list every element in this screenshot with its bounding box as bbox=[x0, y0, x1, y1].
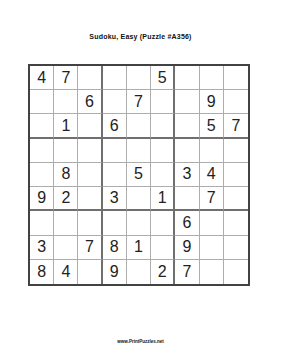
cell-r3c4-given: 6 bbox=[103, 114, 127, 138]
cell-r9c7-given: 7 bbox=[175, 260, 199, 284]
cell-r4c9-empty[interactable] bbox=[224, 139, 248, 163]
cell-r8c3-given: 7 bbox=[78, 236, 102, 260]
cell-r4c8-empty[interactable] bbox=[200, 139, 224, 163]
cell-r1c1-given: 4 bbox=[30, 66, 54, 90]
cell-r5c1-empty[interactable] bbox=[30, 163, 54, 187]
cell-r4c6-empty[interactable] bbox=[151, 139, 175, 163]
footer-url: www.PrintPuzzles.net bbox=[0, 339, 281, 345]
cell-r4c2-empty[interactable] bbox=[54, 139, 78, 163]
cell-r1c9-empty[interactable] bbox=[224, 66, 248, 90]
cell-r8c9-empty[interactable] bbox=[224, 236, 248, 260]
cell-r7c3-empty[interactable] bbox=[78, 211, 102, 235]
cell-r6c7-empty[interactable] bbox=[175, 187, 199, 211]
cell-r3c6-empty[interactable] bbox=[151, 114, 175, 138]
cell-r2c2-empty[interactable] bbox=[54, 90, 78, 114]
cell-r9c3-empty[interactable] bbox=[78, 260, 102, 284]
cell-r7c8-empty[interactable] bbox=[200, 211, 224, 235]
cell-r2c7-empty[interactable] bbox=[175, 90, 199, 114]
cell-r7c6-empty[interactable] bbox=[151, 211, 175, 235]
cell-r8c2-empty[interactable] bbox=[54, 236, 78, 260]
cell-r6c4-given: 3 bbox=[103, 187, 127, 211]
cell-r5c9-empty[interactable] bbox=[224, 163, 248, 187]
cell-r9c1-given: 8 bbox=[30, 260, 54, 284]
cell-r2c9-empty[interactable] bbox=[224, 90, 248, 114]
cell-r3c5-empty[interactable] bbox=[127, 114, 151, 138]
cell-r4c1-empty[interactable] bbox=[30, 139, 54, 163]
cell-r2c1-empty[interactable] bbox=[30, 90, 54, 114]
cell-r3c9-given: 7 bbox=[224, 114, 248, 138]
cell-r2c3-given: 6 bbox=[78, 90, 102, 114]
cell-r7c5-empty[interactable] bbox=[127, 211, 151, 235]
cell-r8c6-empty[interactable] bbox=[151, 236, 175, 260]
cell-r9c8-empty[interactable] bbox=[200, 260, 224, 284]
cell-r5c7-given: 3 bbox=[175, 163, 199, 187]
cell-r2c6-empty[interactable] bbox=[151, 90, 175, 114]
puzzle-page: Sudoku, Easy (Puzzle #A356) 475679165785… bbox=[0, 0, 281, 363]
cell-r9c6-given: 2 bbox=[151, 260, 175, 284]
cell-r8c1-given: 3 bbox=[30, 236, 54, 260]
cell-r6c1-given: 9 bbox=[30, 187, 54, 211]
cell-r3c1-empty[interactable] bbox=[30, 114, 54, 138]
cell-r3c7-empty[interactable] bbox=[175, 114, 199, 138]
cell-r7c4-empty[interactable] bbox=[103, 211, 127, 235]
cell-r4c3-empty[interactable] bbox=[78, 139, 102, 163]
cell-r3c8-given: 5 bbox=[200, 114, 224, 138]
cell-r5c5-given: 5 bbox=[127, 163, 151, 187]
cell-r1c3-empty[interactable] bbox=[78, 66, 102, 90]
cell-r7c1-empty[interactable] bbox=[30, 211, 54, 235]
cell-r1c5-empty[interactable] bbox=[127, 66, 151, 90]
cell-r5c4-empty[interactable] bbox=[103, 163, 127, 187]
cell-r9c9-empty[interactable] bbox=[224, 260, 248, 284]
cell-r1c2-given: 7 bbox=[54, 66, 78, 90]
cell-r9c4-given: 9 bbox=[103, 260, 127, 284]
cell-r7c7-given: 6 bbox=[175, 211, 199, 235]
cell-r5c2-given: 8 bbox=[54, 163, 78, 187]
cell-r3c3-empty[interactable] bbox=[78, 114, 102, 138]
cell-r1c6-given: 5 bbox=[151, 66, 175, 90]
puzzle-title: Sudoku, Easy (Puzzle #A356) bbox=[0, 32, 281, 42]
cell-r6c3-empty[interactable] bbox=[78, 187, 102, 211]
cell-r6c9-empty[interactable] bbox=[224, 187, 248, 211]
cell-r9c5-empty[interactable] bbox=[127, 260, 151, 284]
cell-r8c5-given: 1 bbox=[127, 236, 151, 260]
cell-r8c8-empty[interactable] bbox=[200, 236, 224, 260]
cell-r8c7-given: 9 bbox=[175, 236, 199, 260]
cell-r3c2-given: 1 bbox=[54, 114, 78, 138]
cell-r4c7-empty[interactable] bbox=[175, 139, 199, 163]
cell-r2c4-empty[interactable] bbox=[103, 90, 127, 114]
cell-r5c8-given: 4 bbox=[200, 163, 224, 187]
cell-r2c8-given: 9 bbox=[200, 90, 224, 114]
cell-r5c3-empty[interactable] bbox=[78, 163, 102, 187]
sudoku-board: 475679165785349231763781984927 bbox=[28, 64, 250, 286]
cell-r7c2-empty[interactable] bbox=[54, 211, 78, 235]
cell-r6c6-given: 1 bbox=[151, 187, 175, 211]
cell-r1c7-empty[interactable] bbox=[175, 66, 199, 90]
cell-r4c5-empty[interactable] bbox=[127, 139, 151, 163]
cell-r4c4-empty[interactable] bbox=[103, 139, 127, 163]
cell-r6c2-given: 2 bbox=[54, 187, 78, 211]
cell-r1c8-empty[interactable] bbox=[200, 66, 224, 90]
cell-r2c5-given: 7 bbox=[127, 90, 151, 114]
cell-r5c6-empty[interactable] bbox=[151, 163, 175, 187]
cell-r8c4-given: 8 bbox=[103, 236, 127, 260]
cell-r7c9-empty[interactable] bbox=[224, 211, 248, 235]
cell-r6c8-given: 7 bbox=[200, 187, 224, 211]
cell-r6c5-empty[interactable] bbox=[127, 187, 151, 211]
cell-r9c2-given: 4 bbox=[54, 260, 78, 284]
cell-r1c4-empty[interactable] bbox=[103, 66, 127, 90]
